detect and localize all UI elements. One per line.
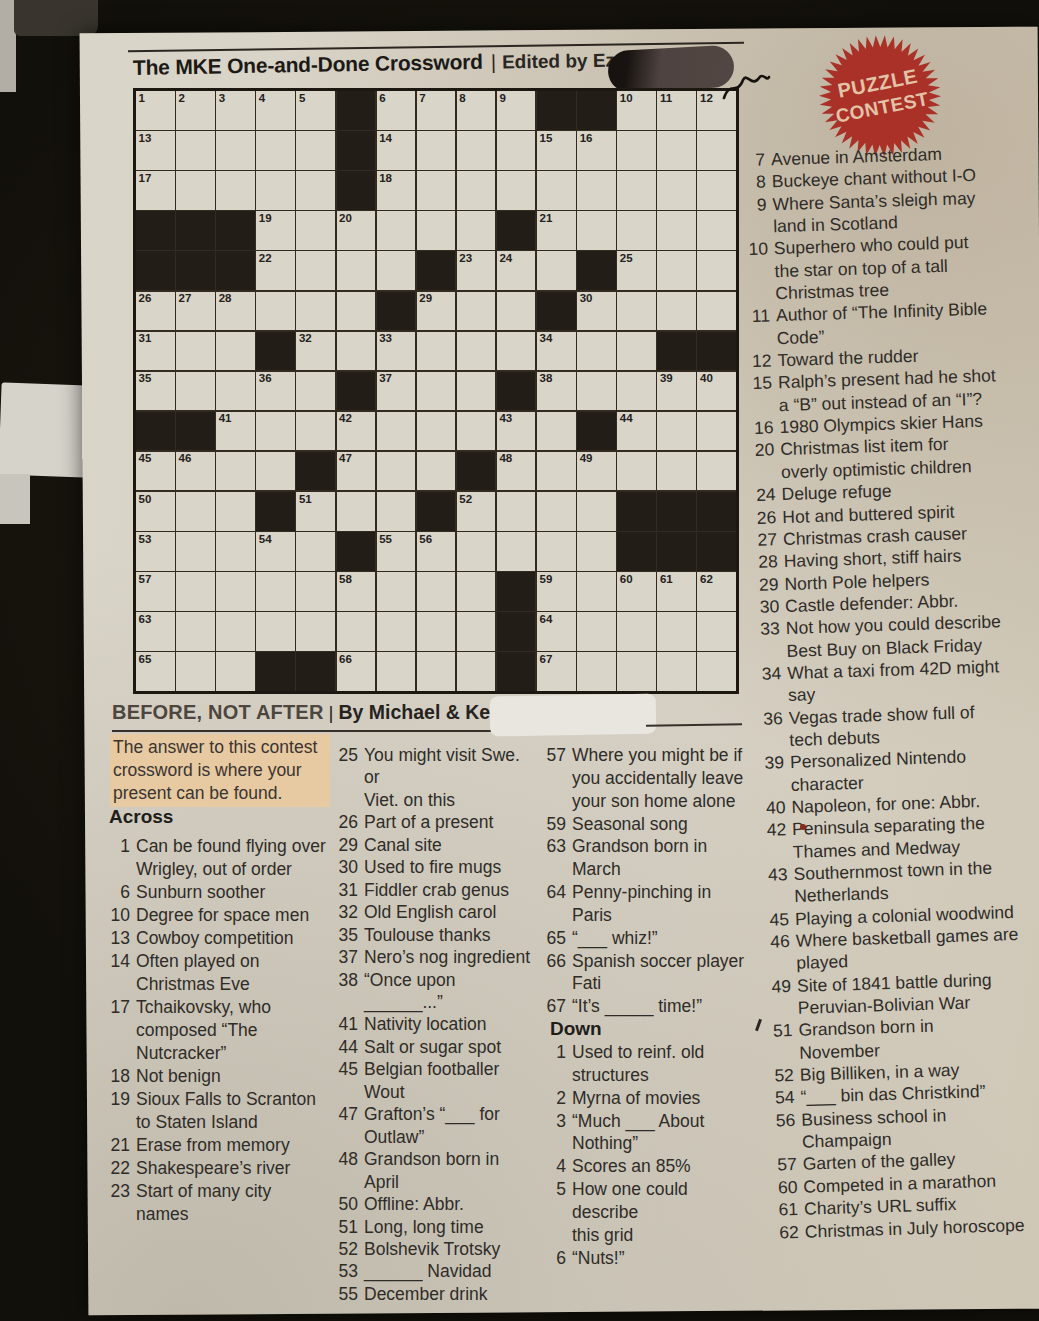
cell-r3c4[interactable] [256, 171, 295, 210]
cell-number-66: 66 [339, 654, 352, 666]
cell-r8c12[interactable] [577, 372, 616, 411]
cell-r14c4[interactable] [256, 612, 295, 651]
cell-r14c7[interactable] [377, 612, 416, 651]
cell-number-42: 42 [339, 413, 352, 425]
cell-r1c9[interactable]: 8 [457, 91, 496, 130]
cell-r8c9[interactable] [457, 372, 496, 411]
cell-r14c15[interactable] [697, 612, 736, 651]
cell-r3c5[interactable] [296, 171, 335, 210]
cell-r12c12[interactable] [577, 532, 616, 571]
clue-number: 7 [739, 148, 772, 171]
cell-r15c8[interactable] [417, 652, 456, 691]
cell-r3c9[interactable] [457, 171, 496, 210]
cell-r6c2[interactable]: 27 [176, 292, 215, 331]
cell-r6c12[interactable]: 30 [577, 292, 616, 331]
cell-r5c5[interactable] [296, 251, 335, 290]
cell-r15c6[interactable]: 66 [337, 652, 376, 691]
cell-r8c7[interactable]: 37 [377, 372, 416, 411]
cell-r5c2 [176, 251, 215, 290]
cell-number-52: 52 [459, 494, 472, 506]
cell-r14c1[interactable]: 63 [136, 612, 175, 651]
clue-text: Erase from memory [136, 1134, 330, 1157]
cell-r3c15[interactable] [697, 171, 736, 210]
cell-r9c9[interactable] [457, 412, 496, 451]
cell-r12c5[interactable] [296, 532, 335, 571]
clue-text: “Once upon ______...” [364, 969, 537, 1014]
cell-r2c15[interactable] [697, 131, 736, 170]
cell-r1c2[interactable]: 2 [176, 91, 215, 130]
cell-r2c13[interactable] [617, 131, 656, 170]
cell-r11c1[interactable]: 50 [136, 492, 175, 531]
cell-r15c3[interactable] [216, 652, 255, 691]
cell-r2c9[interactable] [457, 131, 496, 170]
cell-r5c15[interactable] [697, 251, 736, 290]
cell-r4c5[interactable] [296, 211, 335, 250]
cell-r12c4[interactable]: 54 [256, 532, 295, 571]
cell-r6c10[interactable] [497, 292, 536, 331]
cell-number-40: 40 [700, 373, 713, 385]
cell-r6c5[interactable] [296, 292, 335, 331]
cell-r1c3[interactable]: 3 [216, 91, 255, 130]
cell-r12c7[interactable]: 55 [377, 532, 416, 571]
cell-r4c7[interactable] [377, 211, 416, 250]
clue-number: 13 [104, 927, 136, 950]
cell-r2c5[interactable] [296, 131, 335, 170]
cell-r8c4[interactable]: 36 [256, 372, 295, 411]
cell-r14c3[interactable] [216, 612, 255, 651]
clue-number: 24 [749, 483, 782, 506]
cell-number-50: 50 [139, 494, 152, 506]
cell-number-4: 4 [259, 93, 265, 105]
clue-across-18: 18Not benign [104, 1065, 330, 1088]
cell-r6c1[interactable]: 26 [136, 292, 175, 331]
cell-r9c3[interactable]: 41 [216, 412, 255, 451]
cell-number-7: 7 [419, 93, 425, 105]
cell-r7c6[interactable] [337, 332, 376, 371]
cell-r8c6 [337, 372, 376, 411]
cell-r13c2[interactable] [176, 572, 215, 611]
cell-r3c10[interactable] [497, 171, 536, 210]
cell-r9c10[interactable]: 43 [497, 412, 536, 451]
cell-r13c4[interactable] [256, 572, 295, 611]
cell-number-57: 57 [139, 574, 152, 586]
clue-text: Used to reinf. old structures [572, 1041, 755, 1087]
cell-r2c7[interactable]: 14 [377, 131, 416, 170]
cell-r8c15[interactable]: 40 [697, 372, 736, 411]
cell-r2c1[interactable]: 13 [136, 131, 175, 170]
clue-across-32: 32Old English carol [332, 901, 537, 923]
clue-text: Cowboy competition [136, 927, 330, 950]
clue-number: 57 [540, 744, 572, 813]
cell-r3c3[interactable] [216, 171, 255, 210]
cell-r15c14[interactable] [657, 652, 696, 691]
cell-r11c3[interactable] [216, 492, 255, 531]
clue-number: 4 [540, 1155, 572, 1178]
cell-number-49: 49 [580, 453, 593, 465]
clue-number: 45 [763, 908, 796, 931]
cell-r11c15 [697, 492, 736, 531]
cell-r9c15[interactable] [697, 412, 736, 451]
tape-piece [0, 382, 90, 477]
cell-number-59: 59 [540, 574, 553, 586]
clue-across-53: 53______ Navidad [332, 1260, 537, 1282]
cell-r7c10[interactable] [497, 332, 536, 371]
clue-number: 38 [332, 969, 364, 1014]
clue-text: Belgian footballer Wout [364, 1058, 537, 1103]
cell-r7c4 [256, 332, 295, 371]
clue-text: Personalized Nintendo character [790, 743, 1039, 796]
cell-r11c2[interactable] [176, 492, 215, 531]
clue-text: Used to fire mugs [364, 856, 537, 878]
cell-r3c14[interactable] [657, 171, 696, 210]
cell-r4c8[interactable] [417, 211, 456, 250]
clue-number: 19 [104, 1088, 136, 1134]
clue-number: 30 [332, 856, 364, 878]
photo-scene: The MKE One-and-Done Crossword|Edited by… [0, 0, 1039, 1321]
cell-r1c1[interactable]: 1 [136, 91, 175, 130]
cell-r3c11[interactable] [537, 171, 576, 210]
cell-r10c2[interactable]: 46 [176, 452, 215, 491]
cell-r6c15[interactable] [697, 292, 736, 331]
clue-number: 16 [747, 416, 780, 439]
cell-r8c11[interactable]: 38 [537, 372, 576, 411]
cell-r1c5[interactable]: 5 [296, 91, 335, 130]
cell-r12c11[interactable] [537, 532, 576, 571]
clue-number: 8 [740, 171, 773, 194]
cell-r8c3[interactable] [216, 372, 255, 411]
cell-r7c1[interactable]: 31 [136, 332, 175, 371]
cell-r11c7[interactable] [377, 492, 416, 531]
cell-r3c8[interactable] [417, 171, 456, 210]
cell-r5c7[interactable] [377, 251, 416, 290]
clue-text: Southernmost town in the Netherlands [793, 855, 1039, 908]
cell-number-11: 11 [660, 93, 672, 105]
cell-r8c5[interactable] [296, 372, 335, 411]
cell-r3c12[interactable] [577, 171, 616, 210]
clue-number: 56 [769, 1109, 802, 1155]
cell-r6c14[interactable] [657, 292, 696, 331]
cell-number-13: 13 [139, 133, 152, 145]
cell-r9c5[interactable] [296, 412, 335, 451]
down-header: Down [550, 1018, 755, 1041]
clue-number: 57 [770, 1153, 803, 1176]
clue-text: Ralph’s present had he shot a “B” out in… [778, 364, 1029, 417]
red-speck [800, 824, 806, 830]
cell-r2c4[interactable] [256, 131, 295, 170]
cell-r13c15[interactable]: 62 [697, 572, 736, 611]
cell-r4c2 [176, 211, 215, 250]
clue-text: Not how you could describe Best Buy on B… [786, 609, 1037, 662]
clue-across-66: 66Spanish soccer player Fati [540, 950, 755, 996]
cell-r10c7[interactable] [377, 452, 416, 491]
cell-r13c13[interactable]: 60 [617, 572, 656, 611]
cell-number-41: 41 [219, 413, 232, 425]
cell-r7c2[interactable] [176, 332, 215, 371]
cell-r4c13[interactable] [617, 211, 656, 250]
clue-across-64: 64Penny-pinching in Paris [540, 881, 755, 927]
contest-note: The answer to this contest crossword is … [110, 734, 330, 807]
cell-r6c13[interactable] [617, 292, 656, 331]
cell-r1c13[interactable]: 10 [617, 91, 656, 130]
cell-r11c6[interactable] [337, 492, 376, 531]
cell-number-10: 10 [620, 93, 633, 105]
clue-text: Spanish soccer player Fati [572, 950, 755, 996]
cell-r9c6[interactable]: 42 [337, 412, 376, 451]
cell-r9c11[interactable] [537, 412, 576, 451]
cell-r9c8[interactable] [417, 412, 456, 451]
cell-r9c1 [136, 412, 175, 451]
cell-r13c1[interactable]: 57 [136, 572, 175, 611]
cell-r2c11[interactable]: 15 [537, 131, 576, 170]
cell-r10c4[interactable] [256, 452, 295, 491]
cell-r13c5[interactable] [296, 572, 335, 611]
cell-number-5: 5 [299, 93, 305, 105]
clue-number: 43 [761, 863, 794, 909]
cell-r11c5[interactable]: 51 [296, 492, 335, 531]
cell-r13c10 [497, 572, 536, 611]
cell-r10c8[interactable] [417, 452, 456, 491]
whiteout-blob [490, 694, 657, 737]
clue-text: Seasonal song [572, 813, 755, 836]
cell-r13c12[interactable] [577, 572, 616, 611]
cell-r1c14[interactable]: 11 [657, 91, 696, 130]
cell-r13c7[interactable] [377, 572, 416, 611]
cell-r10c3[interactable] [216, 452, 255, 491]
cell-r5c10[interactable]: 24 [497, 251, 536, 290]
clue-number: 20 [748, 439, 781, 485]
cell-number-46: 46 [179, 453, 192, 465]
clue-text: How one could describe this grid [572, 1178, 755, 1247]
cell-r7c12[interactable] [577, 332, 616, 371]
cell-r8c2[interactable] [176, 372, 215, 411]
cell-number-38: 38 [540, 373, 553, 385]
cell-r7c9[interactable] [457, 332, 496, 371]
cell-number-18: 18 [379, 173, 392, 185]
cell-r4c4[interactable]: 19 [256, 211, 295, 250]
cell-r15c11[interactable]: 67 [537, 652, 576, 691]
cell-r14c6[interactable] [337, 612, 376, 651]
cell-r14c8[interactable] [417, 612, 456, 651]
cell-r9c14[interactable] [657, 412, 696, 451]
cell-r15c10 [497, 652, 536, 691]
clue-text: Where you might be if you accidentally l… [572, 744, 755, 813]
cell-r2c8[interactable] [417, 131, 456, 170]
cell-r13c3[interactable] [216, 572, 255, 611]
clue-across-65: 65“___ whiz!” [540, 927, 755, 950]
clue-across-45: 45Belgian footballer Wout [332, 1058, 537, 1103]
cell-number-2: 2 [179, 93, 185, 105]
clue-number: 42 [760, 818, 793, 864]
clue-across-59: 59Seasonal song [540, 813, 755, 836]
cell-r4c14[interactable] [657, 211, 696, 250]
cell-r11c14 [657, 492, 696, 531]
cell-number-37: 37 [379, 373, 392, 385]
clue-number: 51 [332, 1216, 364, 1238]
cell-r15c9[interactable] [457, 652, 496, 691]
cell-r10c14[interactable] [657, 452, 696, 491]
cell-r14c9[interactable] [457, 612, 496, 651]
clue-number: 51 [766, 1019, 799, 1065]
cell-r11c12[interactable] [577, 492, 616, 531]
cell-r8c1[interactable]: 35 [136, 372, 175, 411]
cell-r2c14[interactable] [657, 131, 696, 170]
clue-number: 65 [540, 927, 572, 950]
cell-r2c12[interactable]: 16 [577, 131, 616, 170]
cell-r10c12[interactable]: 49 [577, 452, 616, 491]
cell-r15c12[interactable] [577, 652, 616, 691]
cell-r10c11[interactable] [537, 452, 576, 491]
cell-r15c2[interactable] [176, 652, 215, 691]
cell-r4c15[interactable] [697, 211, 736, 250]
cell-r9c13[interactable]: 44 [617, 412, 656, 451]
cell-r14c12[interactable] [577, 612, 616, 651]
clue-across-21: 21Erase from memory [104, 1134, 330, 1157]
cell-r12c1[interactable]: 53 [136, 532, 175, 571]
cell-r15c7[interactable] [377, 652, 416, 691]
cell-number-48: 48 [499, 453, 512, 465]
cell-r11c9[interactable]: 52 [457, 492, 496, 531]
cell-r4c12[interactable] [577, 211, 616, 250]
cell-r12c9[interactable] [457, 532, 496, 571]
cell-r10c10[interactable]: 48 [497, 452, 536, 491]
cell-r8c13[interactable] [617, 372, 656, 411]
cell-r3c2[interactable] [176, 171, 215, 210]
clue-text: Grandson born in April [364, 1148, 537, 1193]
cell-r14c14[interactable] [657, 612, 696, 651]
clue-across-35: 35Toulouse thanks [332, 924, 537, 946]
cell-r8c14[interactable]: 39 [657, 372, 696, 411]
cell-r10c15[interactable] [697, 452, 736, 491]
cell-number-65: 65 [139, 654, 152, 666]
cell-number-20: 20 [339, 213, 352, 225]
clue-down-6: 6“Nuts!” [540, 1247, 755, 1270]
cell-r2c3[interactable] [216, 131, 255, 170]
clue-number: 11 [744, 305, 777, 351]
cell-r4c9[interactable] [457, 211, 496, 250]
clue-text: Not benign [136, 1065, 330, 1088]
cell-r5c4[interactable]: 22 [256, 251, 295, 290]
cell-r14c13[interactable] [617, 612, 656, 651]
cell-r9c2 [176, 412, 215, 451]
cell-r14c11[interactable]: 64 [537, 612, 576, 651]
cell-r2c6 [337, 131, 376, 170]
cell-r9c7[interactable] [377, 412, 416, 451]
cell-r7c15 [697, 332, 736, 371]
cell-r6c4[interactable] [256, 292, 295, 331]
cell-r1c8[interactable]: 7 [417, 91, 456, 130]
cell-r2c10[interactable] [497, 131, 536, 170]
clue-across-67: 67“It’s _____ time!” [540, 995, 755, 1018]
clue-column-3: 57Where you might be if you accidentally… [540, 744, 755, 1269]
clue-number: 10 [742, 238, 776, 306]
cell-number-16: 16 [580, 133, 593, 145]
cell-r13c11[interactable]: 59 [537, 572, 576, 611]
cell-r15c5 [296, 652, 335, 691]
cell-r12c2[interactable] [176, 532, 215, 571]
clue-text: Business school in Champaign [801, 1101, 1039, 1154]
clue-text: Part of a present [364, 811, 537, 833]
cell-r2c2[interactable] [176, 131, 215, 170]
cell-r7c5[interactable]: 32 [296, 332, 335, 371]
cell-r6c11 [537, 292, 576, 331]
cell-number-1: 1 [139, 93, 145, 105]
cell-r13c8[interactable] [417, 572, 456, 611]
cell-r7c8[interactable] [417, 332, 456, 371]
cell-r7c7[interactable]: 33 [377, 332, 416, 371]
cell-number-60: 60 [620, 574, 633, 586]
cell-r3c13[interactable] [617, 171, 656, 210]
cell-r12c6 [337, 532, 376, 571]
cell-r5c11[interactable] [537, 251, 576, 290]
clue-text: Where basketball games are played [795, 922, 1039, 975]
clue-number: 35 [332, 924, 364, 946]
cell-r6c9[interactable] [457, 292, 496, 331]
cell-r11c10[interactable] [497, 492, 536, 531]
cell-r9c12 [577, 412, 616, 451]
cell-r3c7[interactable]: 18 [377, 171, 416, 210]
cell-r14c2[interactable] [176, 612, 215, 651]
cell-r7c3[interactable] [216, 332, 255, 371]
cell-r1c4[interactable]: 4 [256, 91, 295, 130]
clue-number: 29 [752, 573, 785, 596]
clue-text: Old English carol [364, 901, 537, 923]
puzzle-subtitle: BEFORE, NOT AFTER [112, 701, 324, 723]
cell-r8c8[interactable] [417, 372, 456, 411]
cell-r15c13[interactable] [617, 652, 656, 691]
cell-r1c7[interactable]: 6 [377, 91, 416, 130]
cell-r3c1[interactable]: 17 [136, 171, 175, 210]
clue-text: Offline: Abbr. [364, 1193, 537, 1215]
cell-r6c3[interactable]: 28 [216, 292, 255, 331]
cell-r13c14[interactable]: 61 [657, 572, 696, 611]
clue-number: 25 [332, 744, 364, 811]
cell-r10c1[interactable]: 45 [136, 452, 175, 491]
cell-r7c13[interactable] [617, 332, 656, 371]
cell-r9c4[interactable] [256, 412, 295, 451]
cell-r4c11[interactable]: 21 [537, 211, 576, 250]
cell-r15c1[interactable]: 65 [136, 652, 175, 691]
clue-number: 6 [104, 881, 136, 904]
cell-r5c13[interactable]: 25 [617, 251, 656, 290]
cell-r14c5[interactable] [296, 612, 335, 651]
cell-r6c8[interactable]: 29 [417, 292, 456, 331]
cell-r7c11[interactable]: 34 [537, 332, 576, 371]
clue-number: 3 [540, 1110, 572, 1156]
cell-r12c3[interactable] [216, 532, 255, 571]
cell-number-43: 43 [499, 413, 512, 425]
cell-r5c14[interactable] [657, 251, 696, 290]
clue-number: 54 [768, 1086, 801, 1109]
cell-r10c13[interactable] [617, 452, 656, 491]
cell-r15c15[interactable] [697, 652, 736, 691]
cell-r13c6[interactable]: 58 [337, 572, 376, 611]
cell-r5c3 [216, 251, 255, 290]
clue-text: What a taxi from 42D might say [787, 654, 1038, 707]
cell-r11c11[interactable] [537, 492, 576, 531]
cell-r5c6[interactable] [337, 251, 376, 290]
cell-r13c9[interactable] [457, 572, 496, 611]
clue-text: Site of 1841 battle during Peruvian-Boli… [797, 967, 1039, 1020]
cell-r12c8[interactable]: 56 [417, 532, 456, 571]
cell-r6c6[interactable] [337, 292, 376, 331]
cell-r1c10[interactable]: 9 [497, 91, 536, 130]
clue-across-30: 30Used to fire mugs [332, 856, 537, 878]
clue-text: Long, long time [364, 1216, 537, 1238]
cell-r10c6[interactable]: 47 [337, 452, 376, 491]
cell-r4c6[interactable]: 20 [337, 211, 376, 250]
cell-r12c10[interactable] [497, 532, 536, 571]
cell-r5c9[interactable]: 23 [457, 251, 496, 290]
